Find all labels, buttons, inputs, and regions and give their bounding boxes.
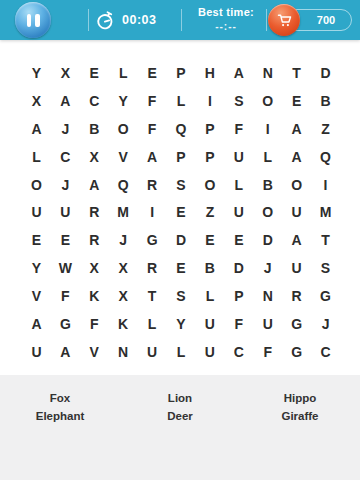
- grid-cell[interactable]: O: [253, 199, 282, 227]
- shop-button[interactable]: [268, 4, 300, 36]
- best-time-value: --:--: [186, 21, 266, 32]
- grid-cell[interactable]: Y: [22, 254, 51, 282]
- grid-cell[interactable]: Y: [167, 310, 196, 338]
- grid-cell[interactable]: X: [80, 254, 109, 282]
- divider: [88, 9, 89, 31]
- grid-cell[interactable]: F: [224, 310, 253, 338]
- grid-cell[interactable]: D: [253, 226, 282, 254]
- grid-cell[interactable]: L: [22, 143, 51, 171]
- grid-cell[interactable]: S: [311, 254, 340, 282]
- grid-cell[interactable]: L: [138, 310, 167, 338]
- grid-cell[interactable]: D: [224, 254, 253, 282]
- timer: 00:03: [95, 0, 156, 40]
- grid-cell[interactable]: E: [167, 254, 196, 282]
- grid-cell[interactable]: T: [282, 59, 311, 87]
- grid-area: YXELEPHANTDXACYFLISOEBAJBOFQPFIAZLCXVAPP…: [0, 40, 360, 375]
- grid-cell[interactable]: V: [80, 338, 109, 366]
- grid-cell[interactable]: E: [224, 226, 253, 254]
- grid-cell[interactable]: E: [22, 226, 51, 254]
- pause-icon: [35, 14, 40, 27]
- grid-cell[interactable]: M: [311, 199, 340, 227]
- grid-cell[interactable]: U: [282, 254, 311, 282]
- grid-cell[interactable]: R: [138, 171, 167, 199]
- grid-cell[interactable]: S: [224, 87, 253, 115]
- grid-cell[interactable]: X: [22, 87, 51, 115]
- grid-cell[interactable]: A: [282, 226, 311, 254]
- grid-cell[interactable]: E: [167, 199, 196, 227]
- grid-cell[interactable]: O: [253, 87, 282, 115]
- grid-cell[interactable]: P: [224, 282, 253, 310]
- pause-icon: [27, 14, 32, 27]
- grid-cell[interactable]: P: [167, 143, 196, 171]
- grid-cell[interactable]: I: [311, 171, 340, 199]
- top-bar: 00:03 Best time: --:-- 700: [0, 0, 360, 40]
- grid-cell[interactable]: M: [109, 199, 138, 227]
- grid-cell[interactable]: F: [80, 310, 109, 338]
- grid-cell[interactable]: J: [109, 226, 138, 254]
- grid-cell[interactable]: X: [80, 143, 109, 171]
- grid-cell[interactable]: A: [22, 310, 51, 338]
- grid-cell[interactable]: F: [138, 115, 167, 143]
- grid-cell[interactable]: R: [138, 254, 167, 282]
- grid-cell[interactable]: N: [253, 59, 282, 87]
- grid-cell[interactable]: U: [195, 338, 224, 366]
- grid-cell[interactable]: S: [167, 171, 196, 199]
- grid-cell[interactable]: F: [224, 115, 253, 143]
- grid-cell[interactable]: A: [282, 115, 311, 143]
- grid-cell[interactable]: O: [282, 171, 311, 199]
- grid-cell[interactable]: Z: [311, 115, 340, 143]
- cart-icon: [276, 12, 293, 29]
- best-time-label: Best time:: [186, 6, 266, 18]
- grid-cell[interactable]: D: [167, 226, 196, 254]
- grid-cell[interactable]: T: [311, 226, 340, 254]
- grid-cell[interactable]: X: [51, 59, 80, 87]
- word-item: Elephant: [36, 409, 85, 423]
- grid-cell[interactable]: T: [138, 282, 167, 310]
- grid-cell[interactable]: P: [167, 59, 196, 87]
- grid-cell[interactable]: N: [109, 338, 138, 366]
- word-item: Lion: [168, 391, 192, 405]
- grid-cell[interactable]: B: [253, 171, 282, 199]
- grid-cell[interactable]: I: [195, 87, 224, 115]
- grid-cell[interactable]: X: [109, 282, 138, 310]
- grid-cell[interactable]: B: [311, 87, 340, 115]
- grid-cell[interactable]: R: [282, 282, 311, 310]
- grid-cell[interactable]: E: [195, 226, 224, 254]
- grid-cell[interactable]: K: [80, 282, 109, 310]
- grid-cell[interactable]: A: [224, 59, 253, 87]
- grid-cell[interactable]: I: [138, 199, 167, 227]
- grid-cell[interactable]: U: [224, 199, 253, 227]
- grid-cell[interactable]: U: [22, 338, 51, 366]
- word-item: Deer: [167, 409, 193, 423]
- grid-cell[interactable]: X: [109, 254, 138, 282]
- grid-cell[interactable]: Q: [311, 143, 340, 171]
- grid-cell[interactable]: U: [195, 310, 224, 338]
- grid-cell[interactable]: U: [282, 199, 311, 227]
- grid-cell[interactable]: A: [51, 338, 80, 366]
- grid-cell[interactable]: E: [138, 59, 167, 87]
- grid-cell[interactable]: U: [22, 199, 51, 227]
- grid-cell[interactable]: J: [253, 254, 282, 282]
- grid-cell[interactable]: E: [51, 226, 80, 254]
- grid-cell[interactable]: Y: [22, 59, 51, 87]
- grid-cell[interactable]: N: [253, 282, 282, 310]
- grid-cell[interactable]: O: [195, 171, 224, 199]
- grid-cell[interactable]: A: [138, 143, 167, 171]
- grid-cell[interactable]: K: [109, 310, 138, 338]
- grid-cell[interactable]: C: [51, 143, 80, 171]
- grid-cell[interactable]: U: [224, 143, 253, 171]
- grid-cell[interactable]: P: [195, 143, 224, 171]
- grid-cell[interactable]: V: [109, 143, 138, 171]
- best-time: Best time: --:--: [186, 6, 266, 32]
- grid-cell[interactable]: G: [138, 226, 167, 254]
- grid-cell[interactable]: J: [51, 171, 80, 199]
- grid-cell[interactable]: L: [195, 282, 224, 310]
- grid-cell[interactable]: H: [195, 59, 224, 87]
- grid-cell[interactable]: Y: [109, 87, 138, 115]
- grid-cell[interactable]: O: [22, 171, 51, 199]
- grid-cell[interactable]: R: [80, 199, 109, 227]
- grid-cell[interactable]: V: [22, 282, 51, 310]
- grid-cell[interactable]: J: [51, 115, 80, 143]
- word-item: Fox: [50, 391, 70, 405]
- grid-cell[interactable]: D: [311, 59, 340, 87]
- grid-cell[interactable]: F: [51, 282, 80, 310]
- grid-cell[interactable]: B: [195, 254, 224, 282]
- grid-cell[interactable]: G: [282, 310, 311, 338]
- grid-cell[interactable]: B: [80, 115, 109, 143]
- grid-cell[interactable]: W: [51, 254, 80, 282]
- grid-cell[interactable]: G: [51, 310, 80, 338]
- grid-cell[interactable]: L: [109, 59, 138, 87]
- coin-count: 700: [317, 14, 335, 26]
- grid-cell[interactable]: I: [253, 115, 282, 143]
- grid-cell[interactable]: F: [138, 87, 167, 115]
- grid-cell[interactable]: U: [253, 310, 282, 338]
- word-search-app: 00:03 Best time: --:-- 700 YXELEPHANTDXA…: [0, 0, 360, 480]
- grid-cell[interactable]: L: [224, 171, 253, 199]
- grid-cell[interactable]: Z: [195, 199, 224, 227]
- grid-cell[interactable]: J: [311, 310, 340, 338]
- grid-cell[interactable]: Q: [167, 115, 196, 143]
- grid-cell[interactable]: A: [282, 143, 311, 171]
- grid-cell[interactable]: E: [282, 87, 311, 115]
- grid-cell[interactable]: C: [224, 338, 253, 366]
- grid-cell[interactable]: U: [138, 338, 167, 366]
- grid-cell[interactable]: A: [51, 87, 80, 115]
- grid-cell[interactable]: L: [253, 143, 282, 171]
- grid-cell[interactable]: F: [253, 338, 282, 366]
- grid-cell[interactable]: C: [311, 338, 340, 366]
- word-list: FoxLionHippoElephantDeerGiraffe: [0, 375, 360, 423]
- grid-cell[interactable]: L: [167, 338, 196, 366]
- grid-cell[interactable]: L: [167, 87, 196, 115]
- divider: [181, 9, 182, 31]
- grid-cell[interactable]: G: [311, 282, 340, 310]
- grid-cell[interactable]: Q: [109, 171, 138, 199]
- letter-grid[interactable]: YXELEPHANTDXACYFLISOEBAJBOFQPFIAZLCXVAPP…: [22, 59, 340, 366]
- timer-value: 00:03: [122, 13, 156, 27]
- grid-cell[interactable]: U: [51, 199, 80, 227]
- pause-button[interactable]: [15, 2, 51, 38]
- grid-cell[interactable]: E: [80, 59, 109, 87]
- grid-cell[interactable]: A: [80, 171, 109, 199]
- stopwatch-icon: [95, 10, 116, 31]
- grid-cell[interactable]: S: [167, 282, 196, 310]
- word-item: Hippo: [284, 391, 317, 405]
- word-item: Giraffe: [281, 409, 318, 423]
- grid-cell[interactable]: A: [22, 115, 51, 143]
- grid-cell[interactable]: G: [282, 338, 311, 366]
- grid-cell[interactable]: R: [80, 226, 109, 254]
- grid-cell[interactable]: C: [80, 87, 109, 115]
- divider: [266, 9, 267, 31]
- words-panel: FoxLionHippoElephantDeerGiraffe ? ✓: [0, 375, 360, 480]
- grid-cell[interactable]: O: [109, 115, 138, 143]
- grid-cell[interactable]: P: [195, 115, 224, 143]
